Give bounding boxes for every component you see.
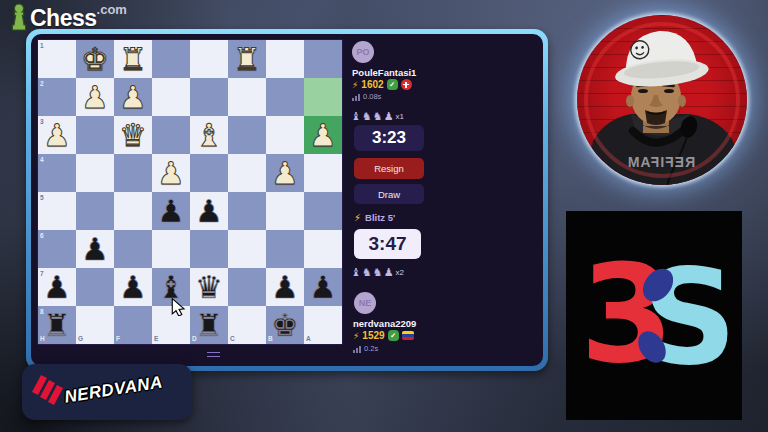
captured-p-icon: ♟ bbox=[384, 110, 394, 123]
captured-n-icon: ♞ bbox=[373, 110, 383, 123]
verified-check-icon: ✓ bbox=[387, 79, 398, 90]
mouse-cursor-icon bbox=[171, 298, 186, 316]
square-a1[interactable] bbox=[304, 40, 342, 78]
player-top-rating: 1602 bbox=[361, 79, 383, 90]
captured-n-icon: ♞ bbox=[362, 110, 372, 123]
square-f6[interactable] bbox=[114, 230, 152, 268]
black-p-g6: ♟ bbox=[76, 230, 114, 268]
square-e2[interactable] bbox=[152, 78, 190, 116]
square-f7[interactable]: ♟ bbox=[114, 268, 152, 306]
player-top-name[interactable]: PouleFantasi1 bbox=[352, 67, 416, 78]
square-d3[interactable]: ♝ bbox=[190, 116, 228, 154]
square-a4[interactable] bbox=[304, 154, 342, 192]
blitz-bolt-icon: ⚡ bbox=[353, 331, 359, 341]
chesscom-logo-text: Chess bbox=[30, 2, 97, 34]
square-f1[interactable]: ♜ bbox=[114, 40, 152, 78]
file-label-g: G bbox=[78, 335, 83, 342]
time-control-bolt-icon: ⚡ bbox=[354, 212, 361, 223]
square-f5[interactable] bbox=[114, 192, 152, 230]
chess-board[interactable]: 1♚♜♜2♟♟♟3♛♝♟4♟♟5♟♟6♟♟7♟♝♛♟♟♜8HGFE♜DC♚BA bbox=[38, 40, 342, 344]
square-h1[interactable]: 1 bbox=[38, 40, 76, 78]
webcam-feed: REFIFAM bbox=[577, 15, 747, 185]
connection-bars-icon bbox=[352, 94, 360, 101]
rank-label-5: 5 bbox=[40, 194, 44, 201]
square-e3[interactable] bbox=[152, 116, 190, 154]
blitz-bolt-icon: ⚡ bbox=[352, 80, 358, 90]
white-p-g2: ♟ bbox=[76, 78, 114, 116]
captured-n-icon: ♞ bbox=[362, 266, 372, 279]
white-p-e4: ♟ bbox=[152, 154, 190, 192]
square-c5[interactable] bbox=[228, 192, 266, 230]
square-a8[interactable]: A bbox=[304, 306, 342, 344]
square-d5[interactable]: ♟ bbox=[190, 192, 228, 230]
file-label-f: F bbox=[116, 335, 120, 342]
black-p-a7: ♟ bbox=[304, 268, 342, 306]
square-b6[interactable] bbox=[266, 230, 304, 268]
stream-overlay: 1♚♜♜2♟♟♟3♛♝♟4♟♟5♟♟6♟♟7♟♝♛♟♟♜8HGFE♜DC♚BA … bbox=[0, 0, 768, 432]
white-b-d3: ♝ bbox=[190, 116, 228, 154]
captured-b-icon: ♝ bbox=[351, 266, 361, 279]
captured-n-icon: ♞ bbox=[373, 266, 383, 279]
chesscom-logo: Chess.com bbox=[8, 2, 127, 34]
square-g5[interactable] bbox=[76, 192, 114, 230]
file-label-h: H bbox=[40, 335, 45, 342]
square-h8[interactable]: ♜8H bbox=[38, 306, 76, 344]
square-g7[interactable] bbox=[76, 268, 114, 306]
square-c2[interactable] bbox=[228, 78, 266, 116]
square-e6[interactable] bbox=[152, 230, 190, 268]
square-h6[interactable]: 6 bbox=[38, 230, 76, 268]
venezuela-flag-icon bbox=[402, 331, 414, 340]
square-h5[interactable]: 5 bbox=[38, 192, 76, 230]
square-d6[interactable] bbox=[190, 230, 228, 268]
rank-label-1: 1 bbox=[40, 42, 44, 49]
black-p-f7: ♟ bbox=[114, 268, 152, 306]
avatar-bottom[interactable]: NE bbox=[354, 292, 376, 314]
clock-bottom: 3:47 bbox=[354, 229, 421, 259]
switzerland-flag-icon bbox=[401, 79, 412, 90]
square-b3[interactable] bbox=[266, 116, 304, 154]
square-e4[interactable]: ♟ bbox=[152, 154, 190, 192]
rank-label-2: 2 bbox=[40, 80, 44, 87]
square-d8[interactable]: ♜D bbox=[190, 306, 228, 344]
square-f8[interactable]: F bbox=[114, 306, 152, 344]
file-label-d: D bbox=[192, 335, 197, 342]
black-p-d5: ♟ bbox=[190, 192, 228, 230]
captured-pawn-count: x2 bbox=[396, 268, 404, 277]
file-label-c: C bbox=[230, 335, 235, 342]
nerdvana-banner-text: NERDVANA bbox=[63, 372, 164, 407]
black-p-e5: ♟ bbox=[152, 192, 190, 230]
square-b2[interactable] bbox=[266, 78, 304, 116]
white-r-c1: ♜ bbox=[228, 40, 266, 78]
square-a7[interactable]: ♟ bbox=[304, 268, 342, 306]
square-d4[interactable] bbox=[190, 154, 228, 192]
player-bottom-ping: 0.2s bbox=[364, 344, 378, 353]
game-frame: 1♚♜♜2♟♟♟3♛♝♟4♟♟5♟♟6♟♟7♟♝♛♟♟♜8HGFE♜DC♚BA … bbox=[26, 29, 548, 371]
game-panel: 1♚♜♜2♟♟♟3♛♝♟4♟♟5♟♟6♟♟7♟♝♛♟♟♜8HGFE♜DC♚BA … bbox=[31, 34, 543, 366]
square-h7[interactable]: ♟7 bbox=[38, 268, 76, 306]
white-r-f1: ♜ bbox=[114, 40, 152, 78]
white-k-g1: ♚ bbox=[76, 40, 114, 78]
square-b1[interactable] bbox=[266, 40, 304, 78]
captured-p-icon: ♟ bbox=[384, 266, 394, 279]
square-c8[interactable]: C bbox=[228, 306, 266, 344]
captured-pawn-count: x1 bbox=[396, 112, 404, 121]
avatar-top[interactable]: PO bbox=[352, 41, 374, 63]
rank-label-7: 7 bbox=[40, 270, 44, 277]
square-f2[interactable]: ♟ bbox=[114, 78, 152, 116]
square-a2[interactable] bbox=[304, 78, 342, 116]
verified-check-icon: ✓ bbox=[388, 330, 399, 341]
file-label-b: B bbox=[268, 335, 273, 342]
square-f4[interactable] bbox=[114, 154, 152, 192]
square-b5[interactable] bbox=[266, 192, 304, 230]
square-g1[interactable]: ♚ bbox=[76, 40, 114, 78]
square-e5[interactable]: ♟ bbox=[152, 192, 190, 230]
square-b8[interactable]: ♚B bbox=[266, 306, 304, 344]
draw-button[interactable]: Draw bbox=[354, 184, 424, 204]
white-p-a3: ♟ bbox=[304, 116, 342, 154]
captured-pieces-top: ♝♞♞♟x1 bbox=[351, 110, 404, 123]
square-d2[interactable] bbox=[190, 78, 228, 116]
square-a3[interactable]: ♟ bbox=[304, 116, 342, 154]
square-h4[interactable]: 4 bbox=[38, 154, 76, 192]
avatar-top-initials: PO bbox=[356, 47, 369, 57]
resign-button[interactable]: Resign bbox=[354, 158, 424, 179]
clock-top: 3:23 bbox=[354, 125, 424, 151]
square-g8[interactable]: G bbox=[76, 306, 114, 344]
file-label-e: E bbox=[154, 335, 158, 342]
avatar-bottom-initials: NE bbox=[359, 298, 372, 308]
square-d1[interactable] bbox=[190, 40, 228, 78]
black-p-b7: ♟ bbox=[266, 268, 304, 306]
square-g2[interactable]: ♟ bbox=[76, 78, 114, 116]
square-g4[interactable] bbox=[76, 154, 114, 192]
player-top-ping: 0.08s bbox=[363, 92, 381, 101]
square-g6[interactable]: ♟ bbox=[76, 230, 114, 268]
rank-label-4: 4 bbox=[40, 156, 44, 163]
captured-pieces-bottom: ♝♞♞♟x2 bbox=[351, 266, 404, 279]
square-g3[interactable] bbox=[76, 116, 114, 154]
square-h3[interactable]: ♟3 bbox=[38, 116, 76, 154]
captured-b-icon: ♝ bbox=[351, 110, 361, 123]
black-q-d7: ♛ bbox=[190, 268, 228, 306]
white-q-f3: ♛ bbox=[114, 116, 152, 154]
nerdvana-banner: NERDVANA bbox=[22, 364, 192, 420]
square-f3[interactable]: ♛ bbox=[114, 116, 152, 154]
rank-label-6: 6 bbox=[40, 232, 44, 239]
square-b4[interactable]: ♟ bbox=[266, 154, 304, 192]
white-p-f2: ♟ bbox=[114, 78, 152, 116]
square-c3[interactable] bbox=[228, 116, 266, 154]
chesscom-pawn-icon bbox=[8, 2, 30, 34]
square-c7[interactable] bbox=[228, 268, 266, 306]
streamer-person: REFIFAM bbox=[577, 15, 747, 185]
square-a5[interactable] bbox=[304, 192, 342, 230]
sponsor-3s-logo: 3 S bbox=[566, 211, 742, 420]
player-bottom-name[interactable]: nerdvana2209 bbox=[353, 318, 416, 329]
chesscom-logo-suffix: .com bbox=[97, 2, 127, 17]
white-p-b4: ♟ bbox=[266, 154, 304, 192]
square-c6[interactable] bbox=[228, 230, 266, 268]
square-h2[interactable]: 2 bbox=[38, 78, 76, 116]
rank-label-3: 3 bbox=[40, 118, 44, 125]
square-c1[interactable]: ♜ bbox=[228, 40, 266, 78]
square-e1[interactable] bbox=[152, 40, 190, 78]
svg-text:REFIFAM: REFIFAM bbox=[627, 154, 695, 170]
player-bottom-rating: 1529 bbox=[362, 330, 384, 341]
square-c4[interactable] bbox=[228, 154, 266, 192]
board-resize-handle[interactable] bbox=[207, 352, 220, 357]
file-label-a: A bbox=[306, 335, 311, 342]
logo-letter-s: S bbox=[642, 240, 737, 394]
hive-logo-icon bbox=[30, 370, 64, 408]
square-b7[interactable]: ♟ bbox=[266, 268, 304, 306]
rank-label-8: 8 bbox=[40, 308, 44, 315]
square-a6[interactable] bbox=[304, 230, 342, 268]
connection-bars-icon bbox=[353, 346, 361, 353]
square-d7[interactable]: ♛ bbox=[190, 268, 228, 306]
time-control-label: Blitz 5' bbox=[365, 212, 395, 223]
